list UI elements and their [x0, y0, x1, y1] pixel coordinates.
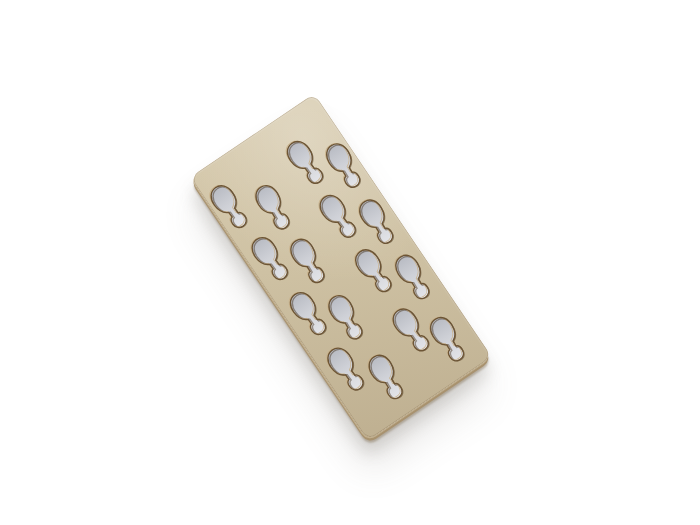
footprint-cutout-r2-right-left [313, 189, 363, 245]
footprint-cutout-r3-left-right [322, 290, 370, 346]
footprint-cutout-r3-right-left [349, 243, 399, 299]
footprint-cutout-r4-left-left [321, 342, 371, 398]
footprint-cutout-r4-left-right [363, 349, 411, 405]
footprint-cutout-r1-right-left [281, 135, 331, 191]
wooden-footprint-board [190, 93, 492, 441]
footprint-cutout-r2-right-right [353, 194, 401, 250]
footprint-cutout-r1-right-right [320, 138, 368, 194]
footprint-cutout-r1-left-right [249, 180, 297, 236]
footprint-cutout-r2-left-left [245, 231, 295, 287]
photo-backdrop [0, 0, 700, 525]
footprint-cutout-r1-left-left [204, 179, 254, 235]
footprint-cutout-r2-left-right [284, 233, 332, 289]
footprint-cutout-r3-right-right [389, 249, 437, 305]
footprint-cutout-r3-left-left [284, 286, 334, 342]
